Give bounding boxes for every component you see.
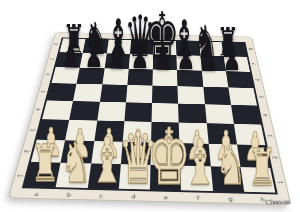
rank-label-left-5: 5: [30, 90, 57, 93]
square-g5[interactable]: [203, 87, 231, 105]
piece-white-rook-a1[interactable]: ♜: [31, 138, 60, 189]
square-b5[interactable]: [73, 84, 102, 102]
piece-white-knight-b1[interactable]: ♞: [60, 135, 91, 191]
piece-black-pawn-b7[interactable]: ♟: [85, 40, 104, 74]
square-f5[interactable]: [178, 86, 205, 104]
chess-set-photo: abcdefgh 87654321 87654321 abcdefgh Chan…: [0, 0, 300, 212]
piece-white-bishop-f1[interactable]: ♝: [182, 131, 217, 194]
square-b4[interactable]: [69, 101, 99, 120]
piece-black-pawn-c7[interactable]: ♟: [108, 40, 127, 74]
piece-white-knight-g1[interactable]: ♞: [215, 137, 246, 193]
rank-label-right-7: 7: [242, 62, 266, 65]
piece-white-rook-h1[interactable]: ♜: [247, 141, 276, 192]
piece-black-pawn-f7[interactable]: ♟: [176, 42, 195, 76]
rank-label-left-6: 6: [35, 73, 61, 76]
square-d5[interactable]: [126, 85, 153, 103]
piece-black-pawn-a7[interactable]: ♟: [62, 39, 81, 73]
piece-black-pawn-g7[interactable]: ♟: [199, 42, 218, 76]
rank-label-left-7: 7: [40, 57, 65, 60]
rank-label-right-5: 5: [248, 95, 274, 98]
brand-signature: Chaness: [264, 198, 290, 205]
piece-black-pawn-h7[interactable]: ♟: [222, 43, 241, 77]
rank-label-left-4: 4: [24, 108, 52, 111]
square-g4[interactable]: [205, 104, 234, 124]
piece-black-pawn-e7[interactable]: ♟: [153, 41, 172, 75]
square-c5[interactable]: [99, 84, 127, 102]
piece-black-pawn-d7[interactable]: ♟: [130, 41, 149, 75]
square-e5[interactable]: [152, 86, 178, 104]
